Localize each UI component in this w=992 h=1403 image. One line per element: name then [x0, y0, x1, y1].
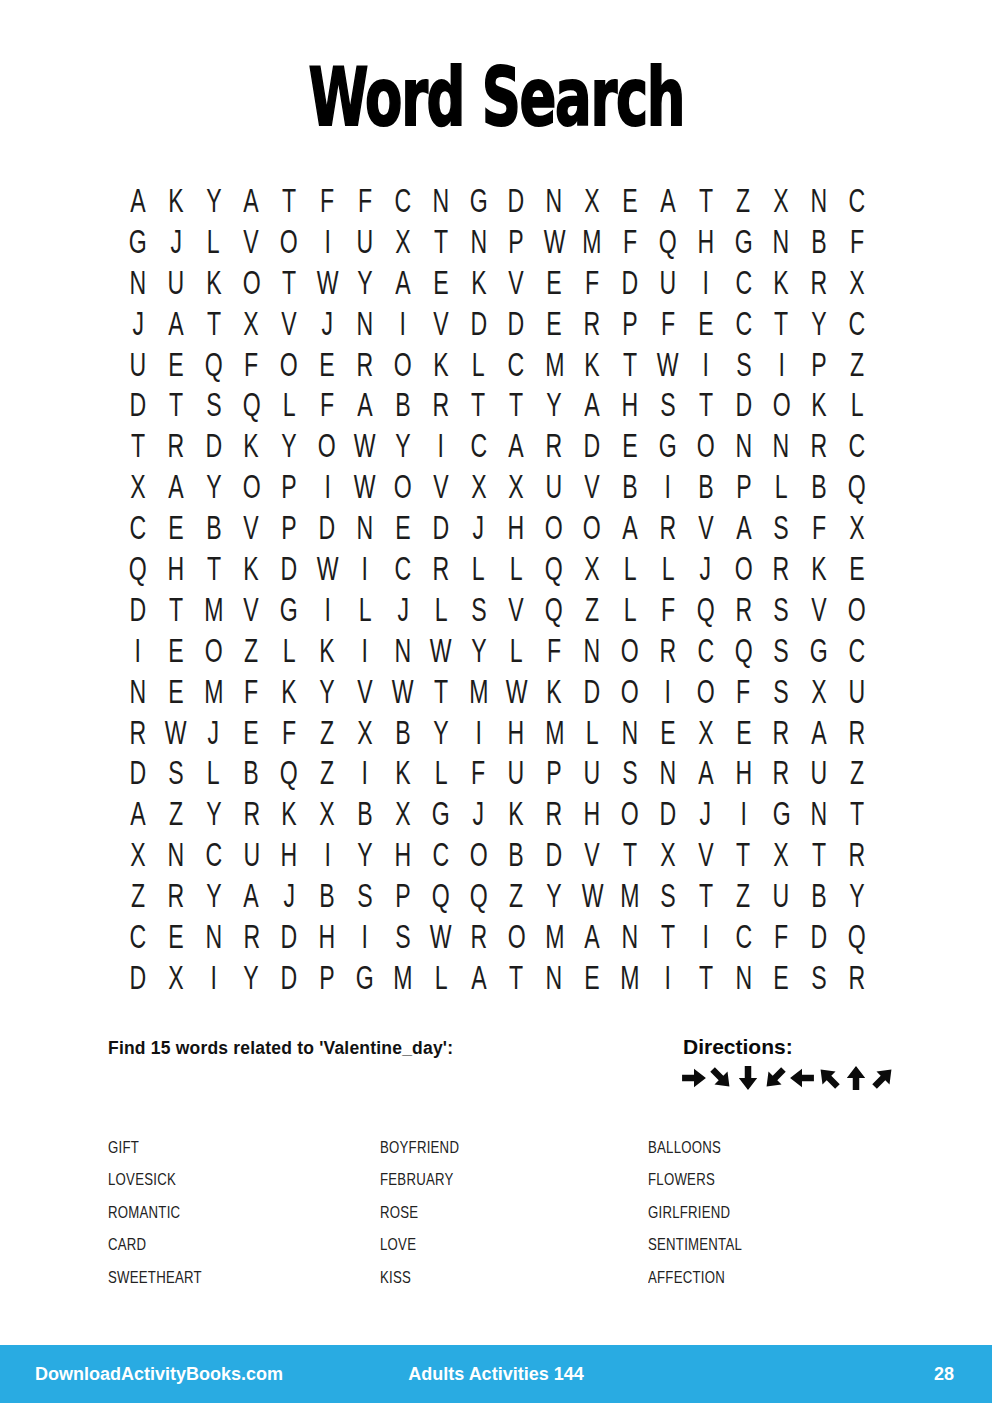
grid-cell: Q: [535, 548, 573, 589]
grid-cell: N: [725, 425, 763, 466]
grid-cell: T: [157, 384, 195, 425]
grid-cell: E: [308, 344, 346, 385]
word-item: CARD: [108, 1235, 225, 1267]
grid-cell: B: [195, 507, 233, 548]
grid-cell: M: [195, 589, 233, 630]
grid-cell: O: [687, 671, 725, 712]
grid-cell: K: [422, 344, 460, 385]
grid-cell: C: [119, 507, 157, 548]
grid-cell: O: [725, 548, 763, 589]
grid-cell: N: [611, 916, 649, 957]
grid-cell: N: [535, 957, 573, 998]
grid-cell: K: [157, 180, 195, 221]
grid-cell: O: [838, 589, 876, 630]
grid-cell: O: [460, 834, 498, 875]
grid-cell: Y: [384, 425, 422, 466]
grid-cell: Q: [838, 466, 876, 507]
grid-cell: Y: [308, 671, 346, 712]
grid-cell: L: [195, 221, 233, 262]
grid-cell: B: [611, 466, 649, 507]
word-item: FLOWERS: [648, 1170, 766, 1202]
grid-cell: R: [422, 548, 460, 589]
grid-cell: L: [195, 752, 233, 793]
grid-cell: M: [460, 671, 498, 712]
grid-cell: K: [800, 384, 838, 425]
grid-cell: U: [573, 752, 611, 793]
word-item: LOVESICK: [108, 1170, 225, 1202]
grid-cell: D: [800, 916, 838, 957]
grid-cell: J: [270, 875, 308, 916]
grid-cell: P: [535, 752, 573, 793]
grid-cell: A: [233, 875, 271, 916]
grid-cell: D: [195, 425, 233, 466]
word-column: BALLOONSFLOWERSGIRLFRIENDSENTIMENTALAFFE…: [648, 1138, 766, 1300]
grid-cell: W: [573, 875, 611, 916]
grid-cell: D: [119, 589, 157, 630]
grid-cell: F: [762, 916, 800, 957]
arrow-up-right-icon: [869, 1062, 896, 1094]
arrow-up-left-icon: [815, 1062, 842, 1094]
grid-cell: Q: [687, 589, 725, 630]
grid-cell: D: [119, 384, 157, 425]
grid-cell: Y: [346, 262, 384, 303]
grid-cell: R: [838, 957, 876, 998]
grid-cell: Z: [233, 630, 271, 671]
grid-cell: V: [422, 303, 460, 344]
grid-cell: F: [233, 344, 271, 385]
grid-cell: X: [762, 834, 800, 875]
grid-cell: W: [422, 630, 460, 671]
grid-cell: T: [195, 548, 233, 589]
grid-cell: S: [611, 752, 649, 793]
grid-cell: M: [535, 344, 573, 385]
grid-cell: T: [195, 303, 233, 344]
grid-cell: A: [119, 180, 157, 221]
grid-cell: P: [497, 221, 535, 262]
grid-cell: Q: [649, 221, 687, 262]
grid-cell: S: [157, 752, 195, 793]
grid-cell: V: [573, 834, 611, 875]
grid-cell: L: [838, 384, 876, 425]
grid-cell: T: [157, 589, 195, 630]
word-item: SWEETHEART: [108, 1268, 225, 1300]
find-words-instruction: Find 15 words related to 'Valentine_day'…: [108, 1038, 453, 1059]
grid-cell: S: [460, 589, 498, 630]
grid-cell: E: [157, 916, 195, 957]
grid-cell: N: [800, 180, 838, 221]
grid-cell: W: [497, 671, 535, 712]
grid-cell: R: [762, 712, 800, 753]
grid-cell: N: [535, 180, 573, 221]
grid-cell: C: [460, 425, 498, 466]
grid-cell: I: [308, 834, 346, 875]
grid-cell: K: [460, 262, 498, 303]
grid-cell: H: [573, 793, 611, 834]
grid-cell: P: [384, 875, 422, 916]
grid-cell: F: [800, 507, 838, 548]
grid-cell: R: [157, 425, 195, 466]
grid-cell: S: [649, 875, 687, 916]
grid-cell: U: [535, 466, 573, 507]
grid-cell: T: [838, 793, 876, 834]
grid-cell: U: [346, 221, 384, 262]
grid-cell: T: [649, 916, 687, 957]
grid-cell: G: [649, 425, 687, 466]
grid-cell: N: [762, 221, 800, 262]
grid-cell: V: [422, 466, 460, 507]
grid-cell: S: [346, 875, 384, 916]
grid-cell: O: [573, 507, 611, 548]
grid-cell: J: [119, 303, 157, 344]
grid-cell: L: [611, 589, 649, 630]
grid-cell: F: [308, 384, 346, 425]
grid-cell: W: [346, 425, 384, 466]
grid-cell: M: [573, 221, 611, 262]
grid-cell: F: [346, 180, 384, 221]
grid-cell: Z: [308, 752, 346, 793]
grid-cell: L: [346, 589, 384, 630]
grid-cell: C: [384, 548, 422, 589]
grid-cell: L: [270, 384, 308, 425]
grid-cell: I: [687, 262, 725, 303]
grid-cell: X: [157, 957, 195, 998]
grid-cell: J: [687, 548, 725, 589]
grid-cell: C: [422, 834, 460, 875]
grid-cell: B: [384, 384, 422, 425]
grid-cell: J: [687, 793, 725, 834]
grid-cell: Q: [838, 916, 876, 957]
grid-cell: N: [157, 834, 195, 875]
grid-cell: D: [119, 957, 157, 998]
grid-cell: J: [157, 221, 195, 262]
grid-cell: W: [346, 466, 384, 507]
word-item: BOYFRIEND: [380, 1138, 479, 1170]
grid-cell: F: [573, 262, 611, 303]
grid-cell: B: [800, 466, 838, 507]
grid-cell: X: [308, 793, 346, 834]
grid-cell: A: [233, 180, 271, 221]
grid-cell: C: [725, 916, 763, 957]
grid-cell: F: [649, 589, 687, 630]
grid-cell: T: [611, 344, 649, 385]
grid-cell: W: [157, 712, 195, 753]
footer-book-title: Adults Activities 144: [0, 1364, 992, 1385]
grid-cell: C: [497, 344, 535, 385]
grid-cell: V: [497, 589, 535, 630]
grid-cell: F: [460, 752, 498, 793]
grid-cell: M: [535, 916, 573, 957]
grid-cell: N: [611, 712, 649, 753]
grid-cell: X: [119, 466, 157, 507]
grid-cell: L: [649, 548, 687, 589]
grid-cell: M: [535, 712, 573, 753]
grid-cell: X: [649, 834, 687, 875]
grid-cell: A: [346, 384, 384, 425]
grid-cell: P: [800, 344, 838, 385]
grid-cell: K: [233, 548, 271, 589]
grid-cell: R: [838, 834, 876, 875]
grid-cell: E: [611, 425, 649, 466]
grid-cell: V: [233, 589, 271, 630]
grid-cell: O: [687, 425, 725, 466]
grid-cell: V: [233, 221, 271, 262]
grid-cell: L: [460, 548, 498, 589]
arrow-down-left-icon: [761, 1062, 788, 1094]
grid-cell: F: [611, 221, 649, 262]
grid-cell: N: [384, 630, 422, 671]
grid-cell: W: [384, 671, 422, 712]
grid-cell: E: [611, 180, 649, 221]
grid-cell: D: [649, 793, 687, 834]
grid-cell: H: [725, 752, 763, 793]
grid-cell: N: [762, 425, 800, 466]
word-item: BALLOONS: [648, 1138, 766, 1170]
grid-cell: A: [649, 180, 687, 221]
grid-cell: K: [800, 548, 838, 589]
grid-cell: R: [573, 303, 611, 344]
grid-cell: R: [725, 589, 763, 630]
grid-cell: T: [422, 671, 460, 712]
grid-cell: Y: [195, 875, 233, 916]
grid-cell: A: [573, 384, 611, 425]
grid-cell: L: [422, 589, 460, 630]
directions-label: Directions:: [683, 1035, 793, 1059]
grid-cell: Q: [460, 875, 498, 916]
grid-cell: F: [270, 712, 308, 753]
grid-cell: C: [725, 262, 763, 303]
grid-cell: G: [762, 793, 800, 834]
grid-cell: A: [725, 507, 763, 548]
grid-cell: E: [535, 303, 573, 344]
grid-cell: A: [157, 466, 195, 507]
grid-cell: C: [838, 425, 876, 466]
grid-cell: S: [762, 589, 800, 630]
grid-cell: Z: [157, 793, 195, 834]
grid-cell: I: [308, 589, 346, 630]
grid-cell: N: [573, 630, 611, 671]
word-item: GIFT: [108, 1138, 225, 1170]
grid-cell: R: [233, 916, 271, 957]
grid-cell: I: [346, 630, 384, 671]
grid-cell: P: [308, 957, 346, 998]
grid-cell: O: [195, 630, 233, 671]
grid-cell: E: [725, 712, 763, 753]
grid-cell: O: [611, 793, 649, 834]
grid-cell: Q: [535, 589, 573, 630]
grid-cell: N: [195, 916, 233, 957]
grid-cell: B: [800, 221, 838, 262]
grid-cell: I: [762, 344, 800, 385]
grid-cell: I: [346, 916, 384, 957]
grid-cell: O: [497, 916, 535, 957]
word-item: ROSE: [380, 1203, 479, 1235]
grid-cell: M: [195, 671, 233, 712]
grid-cell: U: [157, 262, 195, 303]
grid-cell: D: [535, 834, 573, 875]
grid-cell: T: [422, 221, 460, 262]
grid-cell: V: [687, 507, 725, 548]
grid-cell: O: [270, 221, 308, 262]
grid-cell: D: [611, 262, 649, 303]
directions-arrows: [680, 1062, 896, 1094]
grid-cell: Z: [308, 712, 346, 753]
grid-cell: D: [497, 303, 535, 344]
grid-cell: O: [233, 466, 271, 507]
grid-cell: K: [270, 793, 308, 834]
grid-cell: D: [119, 752, 157, 793]
grid-cell: M: [611, 957, 649, 998]
grid-cell: F: [535, 630, 573, 671]
grid-cell: X: [838, 507, 876, 548]
word-item: FEBRUARY: [380, 1170, 479, 1202]
grid-cell: C: [725, 303, 763, 344]
grid-cell: Z: [838, 344, 876, 385]
grid-cell: C: [195, 834, 233, 875]
grid-cell: K: [573, 344, 611, 385]
grid-cell: R: [800, 262, 838, 303]
word-column: GIFTLOVESICKROMANTICCARDSWEETHEART: [108, 1138, 225, 1300]
grid-cell: W: [649, 344, 687, 385]
grid-cell: D: [270, 548, 308, 589]
grid-cell: X: [573, 180, 611, 221]
grid-cell: V: [800, 589, 838, 630]
grid-cell: U: [649, 262, 687, 303]
grid-cell: Y: [195, 793, 233, 834]
grid-cell: D: [422, 507, 460, 548]
grid-cell: Y: [838, 875, 876, 916]
grid-cell: K: [384, 752, 422, 793]
word-item: ROMANTIC: [108, 1203, 225, 1235]
grid-cell: O: [384, 344, 422, 385]
grid-cell: T: [800, 834, 838, 875]
grid-cell: I: [346, 548, 384, 589]
grid-cell: X: [497, 466, 535, 507]
grid-cell: J: [195, 712, 233, 753]
grid-cell: W: [308, 262, 346, 303]
word-item: KISS: [380, 1268, 479, 1300]
word-column: BOYFRIENDFEBRUARYROSELOVEKISS: [380, 1138, 479, 1300]
grid-cell: E: [384, 507, 422, 548]
grid-cell: G: [800, 630, 838, 671]
grid-cell: K: [308, 630, 346, 671]
grid-cell: Z: [838, 752, 876, 793]
grid-cell: N: [346, 303, 384, 344]
grid-cell: V: [687, 834, 725, 875]
grid-cell: Y: [422, 712, 460, 753]
grid-cell: R: [535, 793, 573, 834]
grid-cell: G: [119, 221, 157, 262]
grid-cell: C: [687, 630, 725, 671]
grid-cell: B: [233, 752, 271, 793]
grid-cell: T: [270, 180, 308, 221]
grid-cell: V: [346, 671, 384, 712]
grid-cell: U: [497, 752, 535, 793]
grid-cell: U: [233, 834, 271, 875]
word-item: LOVE: [380, 1235, 479, 1267]
word-item: SENTIMENTAL: [648, 1235, 766, 1267]
grid-cell: I: [119, 630, 157, 671]
grid-cell: B: [308, 875, 346, 916]
grid-cell: O: [762, 384, 800, 425]
grid-cell: V: [233, 507, 271, 548]
grid-cell: X: [687, 712, 725, 753]
grid-cell: S: [762, 507, 800, 548]
grid-cell: H: [270, 834, 308, 875]
grid-cell: S: [800, 957, 838, 998]
grid-cell: T: [611, 834, 649, 875]
grid-cell: O: [611, 630, 649, 671]
grid-cell: W: [422, 916, 460, 957]
grid-cell: L: [422, 957, 460, 998]
grid-cell: U: [800, 752, 838, 793]
grid-cell: C: [119, 916, 157, 957]
grid-cell: R: [800, 425, 838, 466]
grid-cell: G: [725, 221, 763, 262]
grid-cell: T: [687, 957, 725, 998]
grid-cell: T: [687, 875, 725, 916]
grid-cell: X: [573, 548, 611, 589]
grid-cell: A: [460, 957, 498, 998]
grid-cell: Y: [195, 466, 233, 507]
grid-cell: D: [460, 303, 498, 344]
grid-cell: L: [270, 630, 308, 671]
grid-cell: P: [270, 507, 308, 548]
grid-cell: X: [800, 671, 838, 712]
grid-cell: W: [308, 548, 346, 589]
grid-cell: J: [460, 507, 498, 548]
grid-cell: E: [157, 630, 195, 671]
grid-cell: R: [649, 630, 687, 671]
grid-cell: E: [157, 344, 195, 385]
grid-cell: D: [573, 671, 611, 712]
grid-cell: D: [725, 384, 763, 425]
grid-cell: E: [157, 671, 195, 712]
grid-cell: K: [195, 262, 233, 303]
grid-cell: V: [497, 262, 535, 303]
grid-cell: H: [611, 384, 649, 425]
word-item: GIRLFRIEND: [648, 1203, 766, 1235]
grid-cell: M: [611, 875, 649, 916]
grid-cell: R: [762, 752, 800, 793]
grid-cell: R: [838, 712, 876, 753]
grid-cell: A: [800, 712, 838, 753]
grid-cell: H: [384, 834, 422, 875]
grid-cell: Q: [270, 752, 308, 793]
grid-cell: I: [725, 793, 763, 834]
grid-cell: Z: [119, 875, 157, 916]
grid-cell: F: [649, 303, 687, 344]
grid-cell: I: [649, 671, 687, 712]
grid-cell: X: [384, 221, 422, 262]
grid-cell: M: [384, 957, 422, 998]
grid-cell: C: [384, 180, 422, 221]
grid-cell: R: [762, 548, 800, 589]
grid-cell: T: [270, 262, 308, 303]
grid-cell: B: [384, 712, 422, 753]
grid-cell: O: [535, 507, 573, 548]
grid-cell: T: [687, 180, 725, 221]
grid-cell: G: [270, 589, 308, 630]
grid-cell: O: [308, 425, 346, 466]
grid-cell: G: [460, 180, 498, 221]
grid-cell: J: [308, 303, 346, 344]
grid-cell: R: [422, 384, 460, 425]
grid-cell: Q: [233, 384, 271, 425]
grid-cell: L: [422, 752, 460, 793]
grid-cell: R: [346, 344, 384, 385]
grid-cell: I: [308, 466, 346, 507]
grid-cell: K: [497, 793, 535, 834]
